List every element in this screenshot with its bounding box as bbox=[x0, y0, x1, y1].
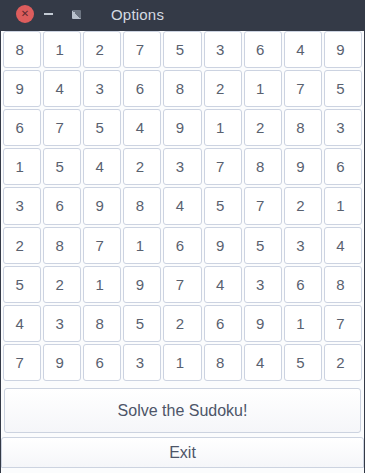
cell-r9c2[interactable]: 9 bbox=[43, 344, 81, 381]
cell-r1c9[interactable]: 9 bbox=[324, 31, 362, 68]
close-button[interactable]: ✕ bbox=[16, 5, 34, 23]
cell-r9c6[interactable]: 8 bbox=[204, 344, 242, 381]
sudoku-grid: 8127536499436821756754912831542378963698… bbox=[3, 31, 362, 381]
cell-r4c4[interactable]: 2 bbox=[123, 148, 161, 185]
cell-r3c3[interactable]: 5 bbox=[83, 109, 121, 146]
cell-r7c4[interactable]: 9 bbox=[123, 266, 161, 303]
maximize-button[interactable] bbox=[66, 4, 86, 24]
options-window: ✕ Options 812753649943682175675491283154… bbox=[0, 0, 365, 473]
cell-r8c2[interactable]: 3 bbox=[43, 305, 81, 342]
cell-r1c7[interactable]: 6 bbox=[244, 31, 282, 68]
cell-r9c3[interactable]: 6 bbox=[83, 344, 121, 381]
cell-r3c2[interactable]: 7 bbox=[43, 109, 81, 146]
cell-r1c2[interactable]: 1 bbox=[43, 31, 81, 68]
cell-r6c8[interactable]: 3 bbox=[284, 227, 322, 264]
cell-r5c2[interactable]: 6 bbox=[43, 187, 81, 224]
cell-r6c6[interactable]: 9 bbox=[204, 227, 242, 264]
cell-r8c6[interactable]: 6 bbox=[204, 305, 242, 342]
cell-r1c4[interactable]: 7 bbox=[123, 31, 161, 68]
minimize-icon bbox=[44, 13, 53, 15]
cell-r4c9[interactable]: 6 bbox=[324, 148, 362, 185]
solve-button[interactable]: Solve the Sudoku! bbox=[4, 388, 361, 433]
cell-r9c4[interactable]: 3 bbox=[123, 344, 161, 381]
cell-r3c7[interactable]: 2 bbox=[244, 109, 282, 146]
cell-r2c5[interactable]: 8 bbox=[163, 70, 201, 107]
cell-r7c9[interactable]: 8 bbox=[324, 266, 362, 303]
cell-r1c3[interactable]: 2 bbox=[83, 31, 121, 68]
cell-r8c8[interactable]: 1 bbox=[284, 305, 322, 342]
cell-r2c8[interactable]: 7 bbox=[284, 70, 322, 107]
cell-r8c3[interactable]: 8 bbox=[83, 305, 121, 342]
cell-r6c1[interactable]: 2 bbox=[3, 227, 41, 264]
cell-r3c5[interactable]: 9 bbox=[163, 109, 201, 146]
cell-r2c1[interactable]: 9 bbox=[3, 70, 41, 107]
cell-r6c2[interactable]: 8 bbox=[43, 227, 81, 264]
cell-r4c1[interactable]: 1 bbox=[3, 148, 41, 185]
cell-r5c8[interactable]: 2 bbox=[284, 187, 322, 224]
cell-r8c7[interactable]: 9 bbox=[244, 305, 282, 342]
cell-r2c2[interactable]: 4 bbox=[43, 70, 81, 107]
cell-r3c4[interactable]: 4 bbox=[123, 109, 161, 146]
cell-r7c8[interactable]: 6 bbox=[284, 266, 322, 303]
cell-r7c2[interactable]: 2 bbox=[43, 266, 81, 303]
cell-r2c3[interactable]: 3 bbox=[83, 70, 121, 107]
cell-r2c6[interactable]: 2 bbox=[204, 70, 242, 107]
titlebar: ✕ Options bbox=[1, 0, 364, 28]
cell-r3c6[interactable]: 1 bbox=[204, 109, 242, 146]
cell-r4c2[interactable]: 5 bbox=[43, 148, 81, 185]
cell-r2c4[interactable]: 6 bbox=[123, 70, 161, 107]
cell-r9c7[interactable]: 4 bbox=[244, 344, 282, 381]
cell-r4c8[interactable]: 9 bbox=[284, 148, 322, 185]
cell-r2c9[interactable]: 5 bbox=[324, 70, 362, 107]
cell-r6c9[interactable]: 4 bbox=[324, 227, 362, 264]
cell-r1c5[interactable]: 5 bbox=[163, 31, 201, 68]
window-body: 8127536499436821756754912831542378963698… bbox=[1, 31, 364, 473]
cell-r4c7[interactable]: 8 bbox=[244, 148, 282, 185]
minimize-button[interactable] bbox=[38, 4, 58, 24]
cell-r3c8[interactable]: 8 bbox=[284, 109, 322, 146]
window-title: Options bbox=[111, 6, 164, 23]
cell-r7c3[interactable]: 1 bbox=[83, 266, 121, 303]
cell-r5c4[interactable]: 8 bbox=[123, 187, 161, 224]
cell-r6c4[interactable]: 1 bbox=[123, 227, 161, 264]
cell-r6c7[interactable]: 5 bbox=[244, 227, 282, 264]
cell-r5c5[interactable]: 4 bbox=[163, 187, 201, 224]
cell-r4c6[interactable]: 7 bbox=[204, 148, 242, 185]
maximize-icon bbox=[72, 10, 81, 19]
exit-button[interactable]: Exit bbox=[1, 437, 364, 468]
cell-r7c6[interactable]: 4 bbox=[204, 266, 242, 303]
cell-r2c7[interactable]: 1 bbox=[244, 70, 282, 107]
cell-r6c5[interactable]: 6 bbox=[163, 227, 201, 264]
cell-r5c7[interactable]: 7 bbox=[244, 187, 282, 224]
cell-r1c6[interactable]: 3 bbox=[204, 31, 242, 68]
cell-r9c1[interactable]: 7 bbox=[3, 344, 41, 381]
cell-r7c5[interactable]: 7 bbox=[163, 266, 201, 303]
cell-r5c3[interactable]: 9 bbox=[83, 187, 121, 224]
cell-r4c5[interactable]: 3 bbox=[163, 148, 201, 185]
cell-r1c1[interactable]: 8 bbox=[3, 31, 41, 68]
cell-r7c1[interactable]: 5 bbox=[3, 266, 41, 303]
cell-r4c3[interactable]: 4 bbox=[83, 148, 121, 185]
cell-r7c7[interactable]: 3 bbox=[244, 266, 282, 303]
cell-r9c9[interactable]: 2 bbox=[324, 344, 362, 381]
cell-r8c5[interactable]: 2 bbox=[163, 305, 201, 342]
cell-r3c9[interactable]: 3 bbox=[324, 109, 362, 146]
cell-r8c4[interactable]: 5 bbox=[123, 305, 161, 342]
cell-r8c1[interactable]: 4 bbox=[3, 305, 41, 342]
cell-r9c5[interactable]: 1 bbox=[163, 344, 201, 381]
close-icon: ✕ bbox=[21, 9, 29, 19]
cell-r1c8[interactable]: 4 bbox=[284, 31, 322, 68]
cell-r9c8[interactable]: 5 bbox=[284, 344, 322, 381]
cell-r6c3[interactable]: 7 bbox=[83, 227, 121, 264]
cell-r3c1[interactable]: 6 bbox=[3, 109, 41, 146]
cell-r5c1[interactable]: 3 bbox=[3, 187, 41, 224]
cell-r5c6[interactable]: 5 bbox=[204, 187, 242, 224]
cell-r5c9[interactable]: 1 bbox=[324, 187, 362, 224]
cell-r8c9[interactable]: 7 bbox=[324, 305, 362, 342]
